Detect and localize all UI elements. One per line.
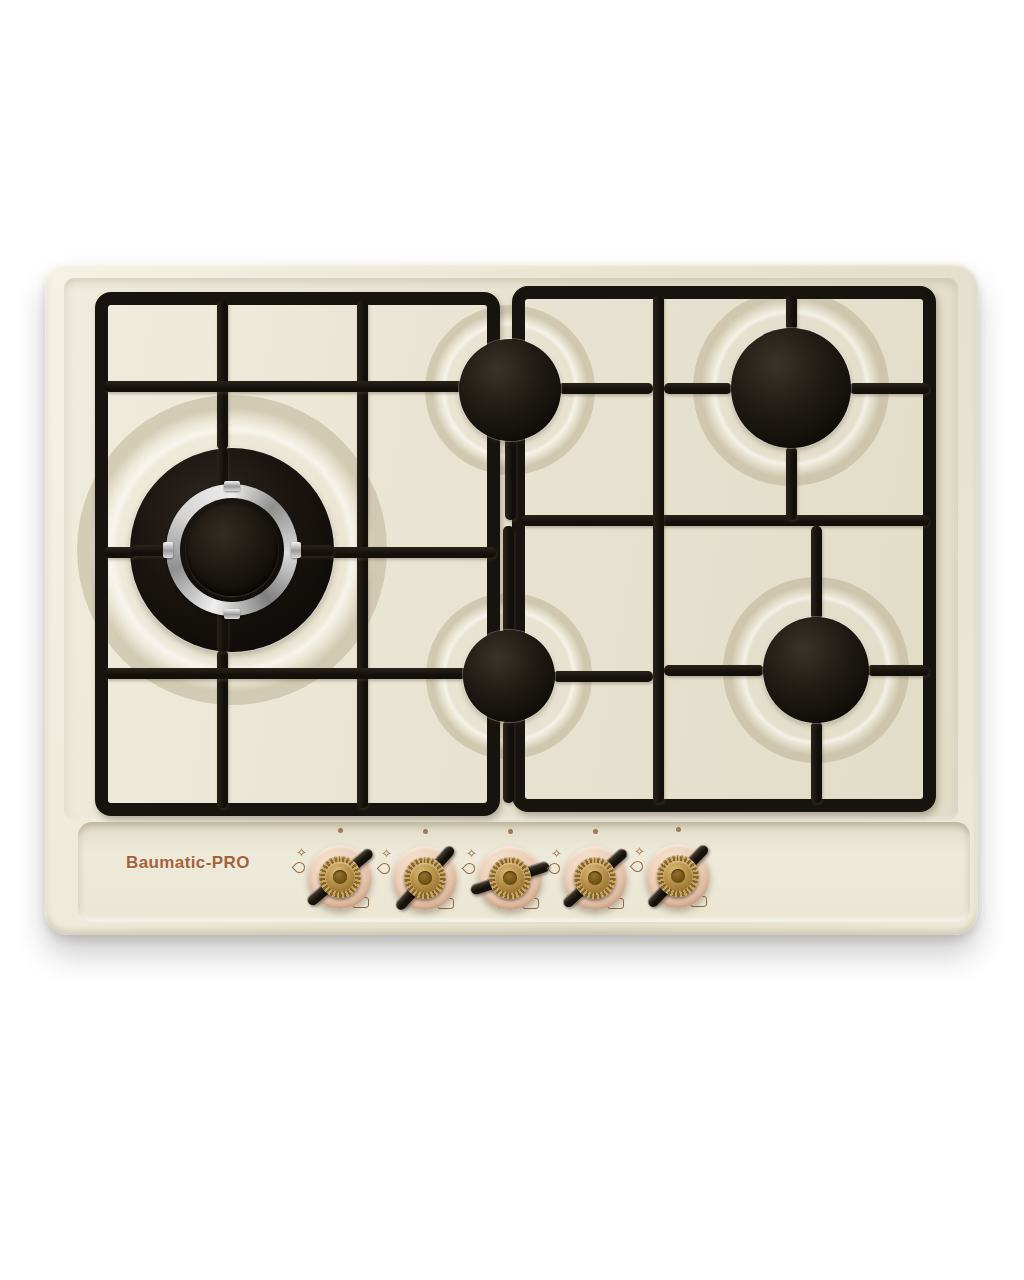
grate-bar xyxy=(553,671,653,682)
brand-label: Baumatic-PRO xyxy=(126,852,286,874)
ignition-spark-icon: ✧ xyxy=(381,847,392,860)
grate-bar xyxy=(653,295,664,803)
grate-bar xyxy=(867,665,929,676)
burner-knob-2[interactable] xyxy=(393,846,457,910)
knob-brass-center xyxy=(503,871,517,885)
bottom-right-burner xyxy=(763,617,869,723)
wok-support-finger xyxy=(296,545,334,556)
grate-bar xyxy=(811,721,822,803)
grate-bar xyxy=(521,515,929,526)
knob-brass-center xyxy=(671,869,685,883)
wok-bracket xyxy=(224,609,240,619)
grate-bar xyxy=(503,720,514,803)
grate-bar xyxy=(503,526,514,634)
grate-bar xyxy=(786,295,797,331)
photo-canvas: Baumatic-PRO ✧ ✧ ✧ xyxy=(0,0,1024,1280)
ignition-spark-icon: ✧ xyxy=(634,845,645,858)
power-dot xyxy=(676,827,681,832)
wok-burner-cap xyxy=(186,504,278,596)
grate-bar xyxy=(811,526,822,620)
grate-bar xyxy=(786,446,797,520)
burner-knob-5[interactable] xyxy=(646,844,710,908)
wok-bracket xyxy=(291,542,301,558)
grate-bar xyxy=(664,383,732,394)
grate-bar xyxy=(558,383,653,394)
grate-bar xyxy=(104,381,496,392)
right-grate-frame xyxy=(512,286,936,812)
wok-bracket xyxy=(163,542,173,558)
top-middle-burner xyxy=(459,339,561,441)
grate-bar xyxy=(330,547,496,558)
grate-bar xyxy=(505,436,516,520)
grate-bar xyxy=(849,383,929,394)
ignition-spark-icon: ✧ xyxy=(466,847,477,860)
knob-brass-center xyxy=(418,871,432,885)
power-dot xyxy=(593,829,598,834)
grate-bar xyxy=(664,665,764,676)
ignition-spark-icon: ✧ xyxy=(296,846,307,859)
top-right-burner xyxy=(731,328,851,448)
power-dot xyxy=(508,829,513,834)
burner-knob-4[interactable] xyxy=(563,846,627,910)
knob-brass-center xyxy=(333,870,347,884)
grate-bar xyxy=(217,300,228,450)
knob-brass-center xyxy=(588,871,602,885)
wok-bracket xyxy=(224,481,240,491)
grate-bar xyxy=(104,668,496,679)
ignition-spark-icon: ✧ xyxy=(551,847,562,860)
power-dot xyxy=(423,829,428,834)
burner-knob-3[interactable] xyxy=(478,846,542,910)
bottom-middle-burner xyxy=(463,630,555,722)
burner-knob-1[interactable] xyxy=(308,845,372,909)
power-dot xyxy=(338,828,343,833)
